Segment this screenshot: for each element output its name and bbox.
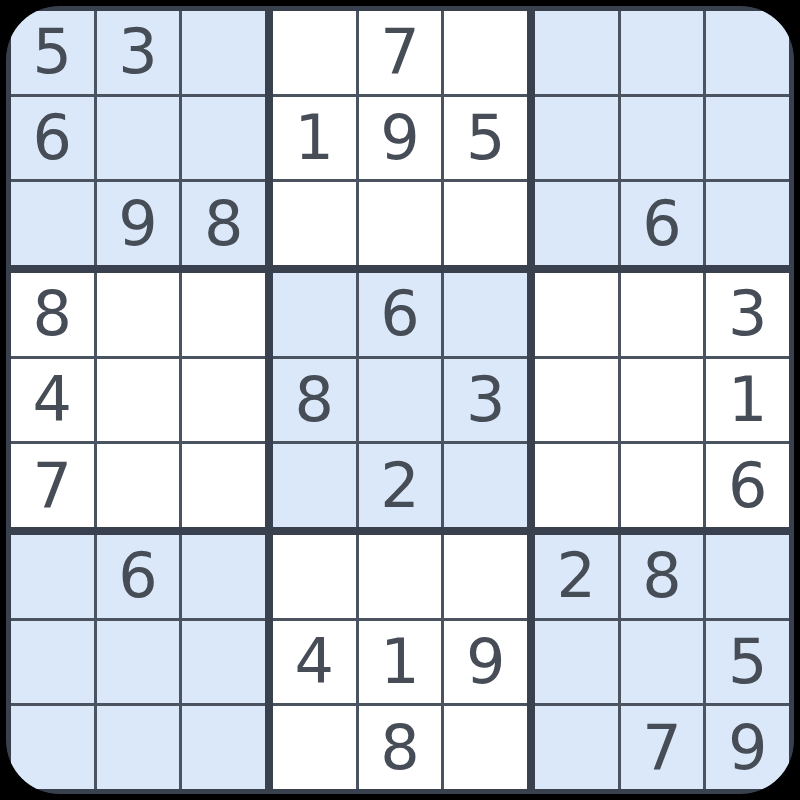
cell-r6c4[interactable]: [273, 444, 356, 527]
cell-r7c9[interactable]: [706, 535, 789, 618]
cell-r7c3[interactable]: [182, 535, 265, 618]
cell-r4c5[interactable]: 6: [359, 273, 442, 356]
cell-r9c6[interactable]: [444, 706, 527, 789]
cell-r6c7[interactable]: [535, 444, 618, 527]
box-6: 316: [535, 273, 789, 527]
cell-r3c2[interactable]: 9: [97, 182, 180, 265]
cell-r9c8[interactable]: 7: [621, 706, 704, 789]
cell-r4c8[interactable]: [621, 273, 704, 356]
cell-r6c3[interactable]: [182, 444, 265, 527]
cell-r3c4[interactable]: [273, 182, 356, 265]
cell-r1c5[interactable]: 7: [359, 11, 442, 94]
cell-r8c9[interactable]: 5: [706, 621, 789, 704]
cell-r7c2[interactable]: 6: [97, 535, 180, 618]
cell-r1c1[interactable]: 5: [11, 11, 94, 94]
cell-r4c6[interactable]: [444, 273, 527, 356]
cell-r2c8[interactable]: [621, 97, 704, 180]
box-2: 7195: [273, 11, 527, 265]
cell-r3c1[interactable]: [11, 182, 94, 265]
cell-r1c2[interactable]: 3: [97, 11, 180, 94]
cell-r8c1[interactable]: [11, 621, 94, 704]
cell-r2c1[interactable]: 6: [11, 97, 94, 180]
box-1: 53698: [11, 11, 265, 265]
cell-r6c5[interactable]: 2: [359, 444, 442, 527]
cell-r2c3[interactable]: [182, 97, 265, 180]
cell-r4c4[interactable]: [273, 273, 356, 356]
cell-r5c3[interactable]: [182, 359, 265, 442]
box-9: 28579: [535, 535, 789, 789]
cell-r2c5[interactable]: 9: [359, 97, 442, 180]
cell-r9c5[interactable]: 8: [359, 706, 442, 789]
box-4: 847: [11, 273, 265, 527]
box-7: 6: [11, 535, 265, 789]
cell-r1c7[interactable]: [535, 11, 618, 94]
cell-r8c8[interactable]: [621, 621, 704, 704]
cell-r8c7[interactable]: [535, 621, 618, 704]
cell-r2c2[interactable]: [97, 97, 180, 180]
cell-r6c1[interactable]: 7: [11, 444, 94, 527]
cell-r9c2[interactable]: [97, 706, 180, 789]
cell-r6c8[interactable]: [621, 444, 704, 527]
cell-r6c9[interactable]: 6: [706, 444, 789, 527]
cell-r8c6[interactable]: 9: [444, 621, 527, 704]
cell-r1c6[interactable]: [444, 11, 527, 94]
cell-r1c9[interactable]: [706, 11, 789, 94]
cell-r5c4[interactable]: 8: [273, 359, 356, 442]
cell-r5c6[interactable]: 3: [444, 359, 527, 442]
cell-r4c1[interactable]: 8: [11, 273, 94, 356]
cell-r5c1[interactable]: 4: [11, 359, 94, 442]
cell-r3c9[interactable]: [706, 182, 789, 265]
cell-r5c7[interactable]: [535, 359, 618, 442]
cell-r3c7[interactable]: [535, 182, 618, 265]
cell-r7c6[interactable]: [444, 535, 527, 618]
cell-r5c8[interactable]: [621, 359, 704, 442]
cell-r6c2[interactable]: [97, 444, 180, 527]
cell-r9c9[interactable]: 9: [706, 706, 789, 789]
cell-r7c1[interactable]: [11, 535, 94, 618]
cell-r8c4[interactable]: 4: [273, 621, 356, 704]
cell-r6c6[interactable]: [444, 444, 527, 527]
cell-r3c5[interactable]: [359, 182, 442, 265]
cell-r9c3[interactable]: [182, 706, 265, 789]
cell-r1c8[interactable]: [621, 11, 704, 94]
cell-r2c9[interactable]: [706, 97, 789, 180]
sudoku-board: 536987195684768323166419828579: [6, 6, 794, 794]
cell-r1c4[interactable]: [273, 11, 356, 94]
cell-r5c9[interactable]: 1: [706, 359, 789, 442]
cell-r4c7[interactable]: [535, 273, 618, 356]
cell-r8c5[interactable]: 1: [359, 621, 442, 704]
cell-r7c4[interactable]: [273, 535, 356, 618]
cell-r9c7[interactable]: [535, 706, 618, 789]
cell-r1c3[interactable]: [182, 11, 265, 94]
cell-r8c2[interactable]: [97, 621, 180, 704]
box-3: 6: [535, 11, 789, 265]
cell-r9c4[interactable]: [273, 706, 356, 789]
box-8: 4198: [273, 535, 527, 789]
cell-r9c1[interactable]: [11, 706, 94, 789]
cell-r3c3[interactable]: 8: [182, 182, 265, 265]
cell-r4c9[interactable]: 3: [706, 273, 789, 356]
cell-r3c8[interactable]: 6: [621, 182, 704, 265]
cell-r8c3[interactable]: [182, 621, 265, 704]
cell-r3c6[interactable]: [444, 182, 527, 265]
cell-r2c6[interactable]: 5: [444, 97, 527, 180]
cell-r2c4[interactable]: 1: [273, 97, 356, 180]
cell-r2c7[interactable]: [535, 97, 618, 180]
page-background: 536987195684768323166419828579: [0, 0, 800, 800]
cell-r7c7[interactable]: 2: [535, 535, 618, 618]
cell-r5c5[interactable]: [359, 359, 442, 442]
cell-r7c5[interactable]: [359, 535, 442, 618]
cell-r4c3[interactable]: [182, 273, 265, 356]
cell-r4c2[interactable]: [97, 273, 180, 356]
cell-r5c2[interactable]: [97, 359, 180, 442]
box-5: 6832: [273, 273, 527, 527]
cell-r7c8[interactable]: 8: [621, 535, 704, 618]
